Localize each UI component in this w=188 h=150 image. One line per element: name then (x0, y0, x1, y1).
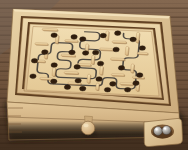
maze-hole (104, 87, 111, 92)
maze-hole (71, 34, 78, 39)
maze-hole (31, 58, 38, 63)
maze-wall (91, 55, 95, 64)
maze-wall (52, 68, 56, 77)
maze-hole (136, 73, 143, 78)
maze-hole (114, 31, 121, 36)
maze-wall (125, 46, 129, 55)
maze-wall (96, 83, 99, 90)
knob-highlight (83, 124, 88, 128)
maze-hole (74, 64, 81, 69)
steel-ball[interactable] (154, 127, 163, 136)
maze-hole (133, 81, 140, 86)
maze-wall (110, 58, 124, 61)
maze-hole (82, 51, 89, 56)
maze-hole (100, 33, 107, 38)
steel-ball-highlight (164, 128, 166, 130)
maze-hole (64, 85, 71, 90)
maze-wall (40, 77, 53, 80)
maze-wall (120, 83, 133, 86)
maze-hole (139, 46, 146, 51)
maze-hole (51, 63, 58, 68)
maze-hole (130, 37, 137, 42)
maze-wall (111, 74, 124, 77)
steel-ball[interactable] (162, 126, 171, 135)
steel-ball-highlight (156, 128, 158, 130)
maze-wall (35, 43, 48, 46)
maze-hole (118, 65, 125, 70)
maze-hole (97, 61, 104, 66)
maze-wall (112, 41, 126, 44)
maze-hole (51, 33, 58, 38)
maze-wall (99, 48, 113, 51)
labyrinth-game-photo (0, 0, 188, 150)
maze-wall (64, 72, 78, 75)
maze-hole (50, 79, 57, 84)
tilt-knob-front[interactable] (81, 121, 95, 135)
maze-wall (42, 28, 58, 31)
maze-wall (99, 66, 103, 75)
maze-wall (65, 40, 78, 43)
maze-hole (41, 50, 48, 55)
maze-wall (130, 64, 134, 73)
maze-hole (79, 37, 86, 42)
maze-hole (113, 47, 120, 52)
maze-wall (87, 74, 91, 83)
maze-hole (69, 50, 76, 55)
maze-hole (109, 81, 116, 86)
maze-hole (96, 77, 103, 82)
maze-hole (124, 87, 131, 92)
scene-svg (0, 0, 188, 150)
maze-hole (30, 74, 37, 79)
maze-hole (79, 86, 86, 91)
maze-hole (75, 78, 82, 83)
maze-wall (137, 52, 148, 55)
maze-hole (92, 50, 99, 55)
